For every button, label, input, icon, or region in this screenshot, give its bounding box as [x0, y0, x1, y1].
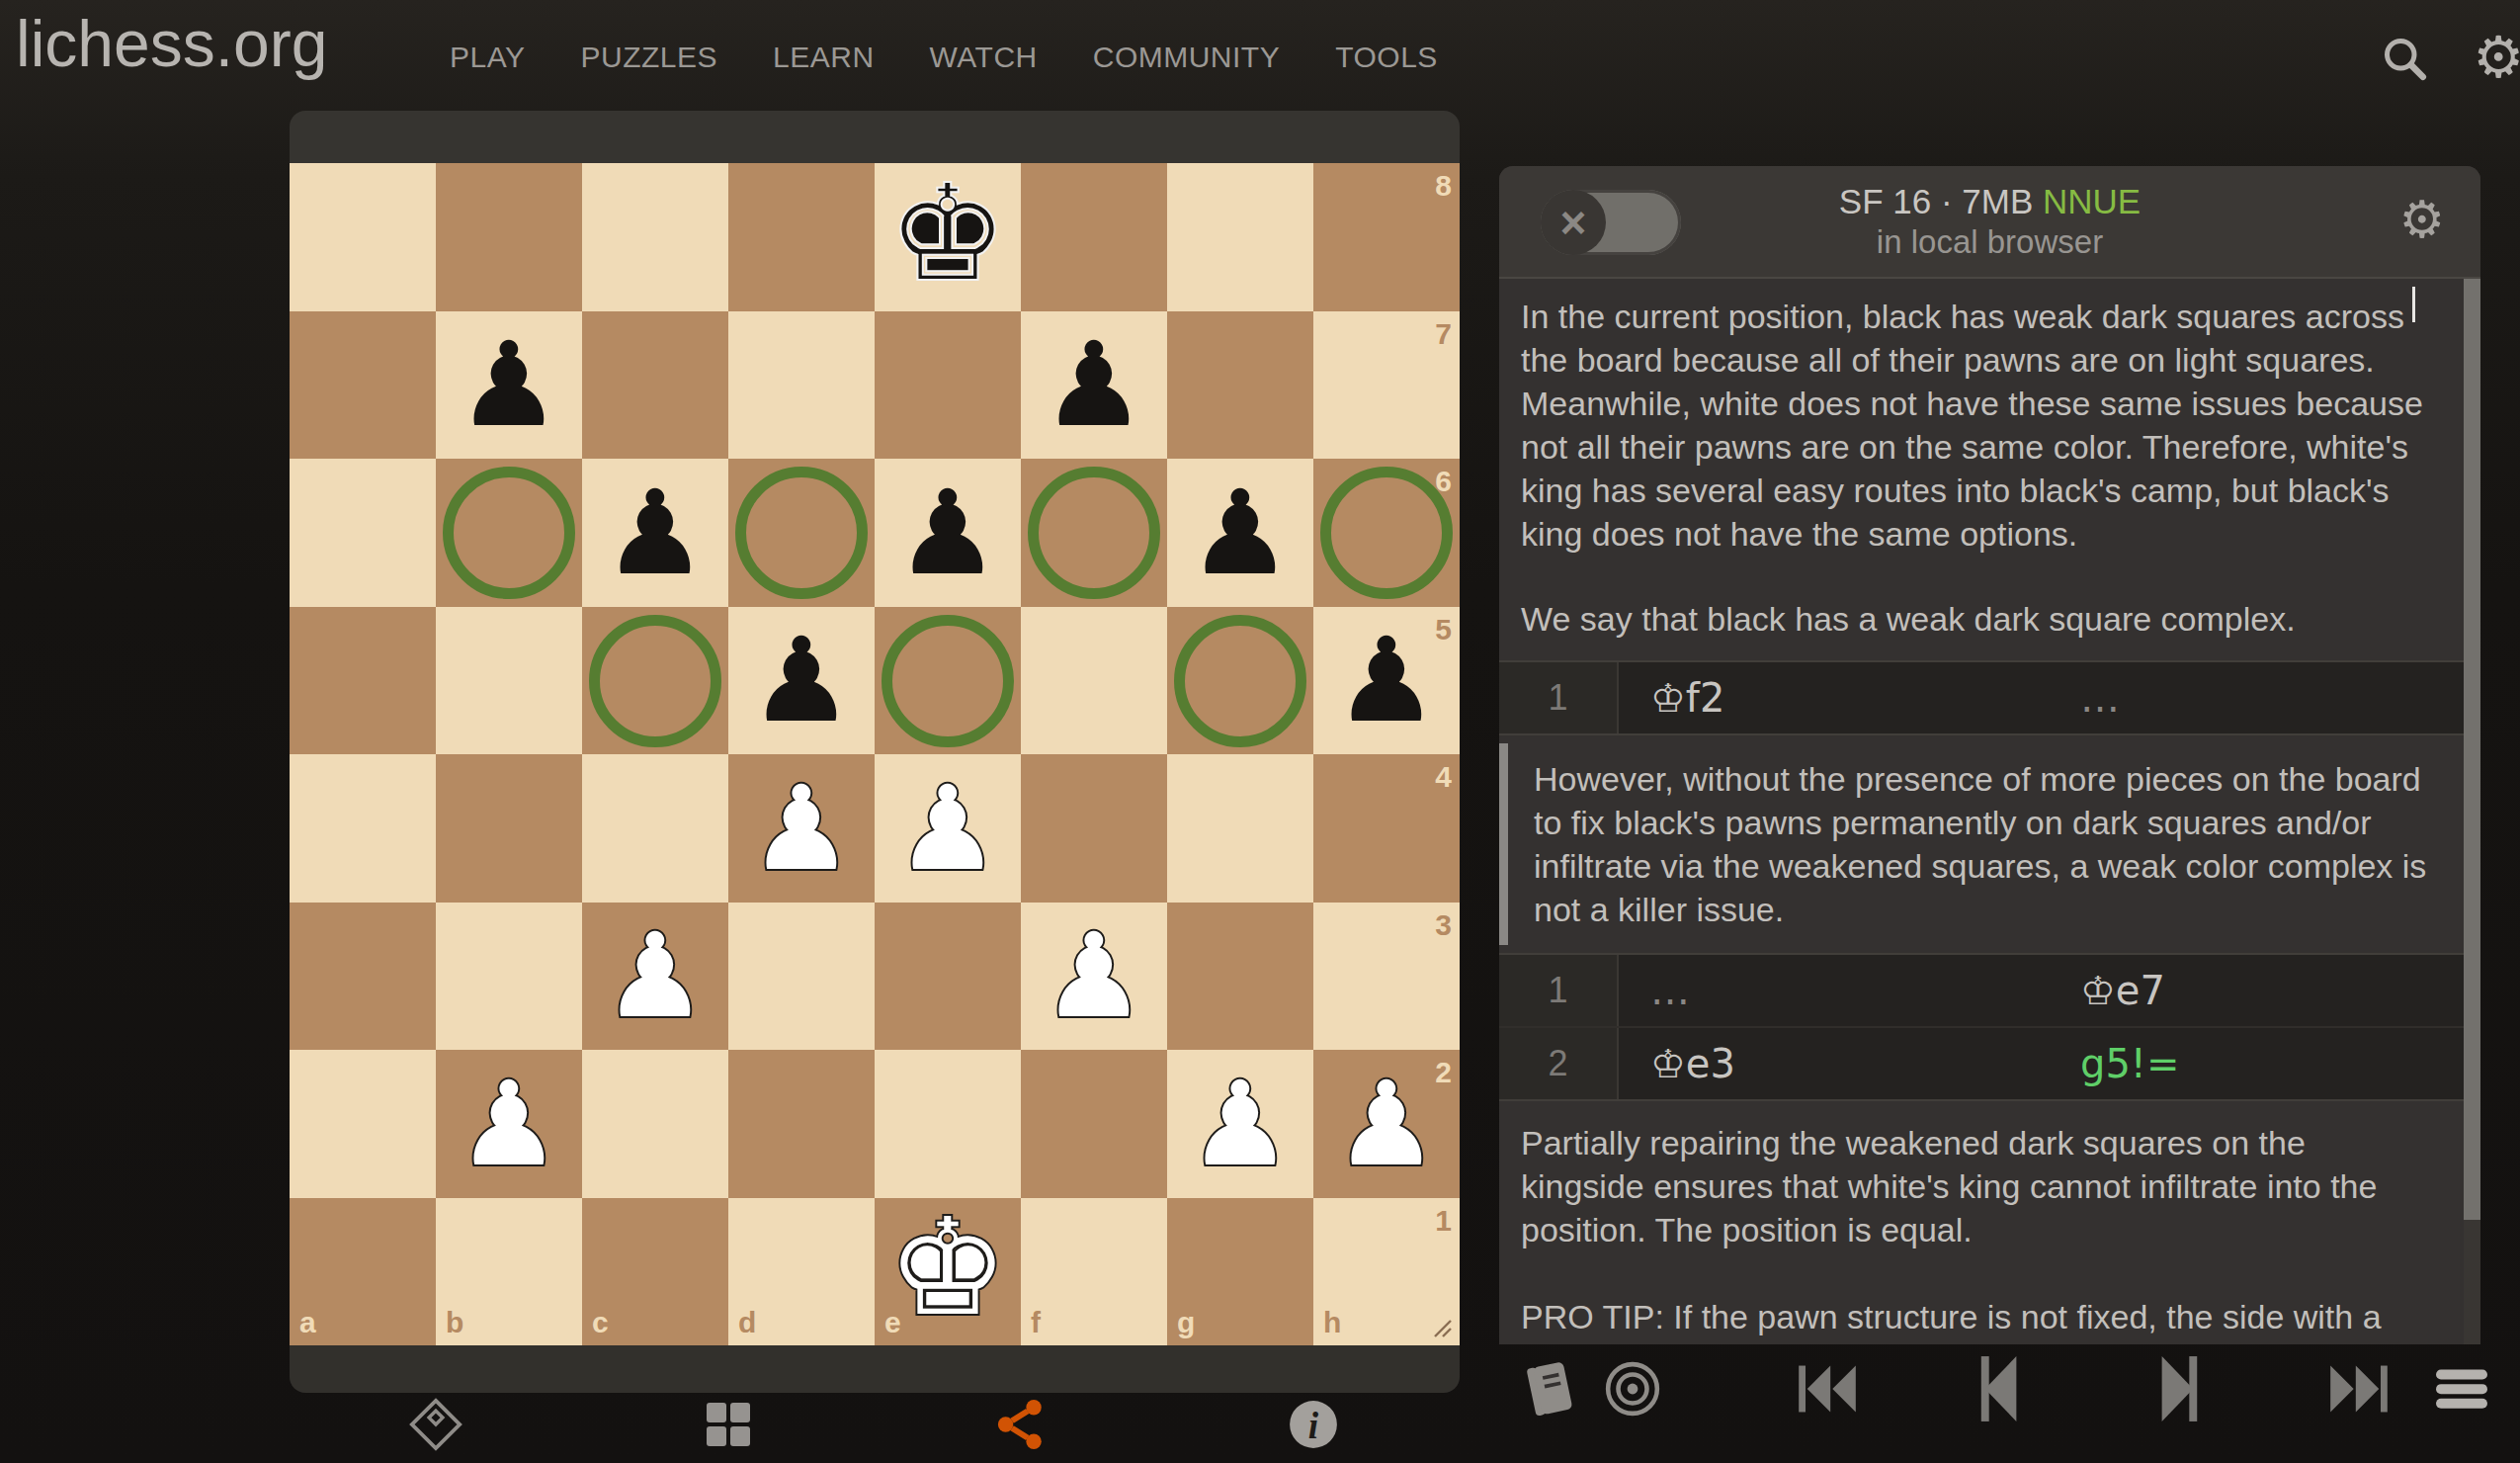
rank-label-1: 1: [1435, 1206, 1452, 1236]
square-g2[interactable]: ♟: [1167, 1050, 1313, 1198]
move-white-Ke3[interactable]: ♔e3: [1619, 1028, 2049, 1099]
previous-icon: [1962, 1352, 2019, 1429]
white-pawn-c3[interactable]: ♟: [603, 917, 708, 1034]
study-comment-1: In the current position, black has weak …: [1499, 279, 2480, 556]
tag-icon: [408, 1397, 463, 1456]
move-black-g5-interesting[interactable]: g5!=: [2049, 1028, 2478, 1099]
move-white-ellipsis[interactable]: …: [1619, 955, 2049, 1026]
black-pawn-h5[interactable]: ♟: [1334, 622, 1439, 738]
square-h8[interactable]: 8: [1313, 163, 1460, 311]
square-a1[interactable]: a: [290, 1198, 436, 1346]
square-e3[interactable]: [875, 903, 1021, 1051]
engine-settings-gear-icon[interactable]: ⚙: [2398, 190, 2445, 249]
svg-text:i: i: [1308, 1406, 1319, 1446]
square-f6[interactable]: [1021, 459, 1167, 607]
square-b8[interactable]: [436, 163, 582, 311]
study-comment-4: Partially repairing the weakened dark sq…: [1499, 1101, 2480, 1251]
lichess-logo[interactable]: lichess.org: [16, 6, 327, 81]
share-icon: [993, 1397, 1049, 1456]
skip-to-end-icon: [2327, 1357, 2391, 1424]
highlight-circle-h6: [1320, 467, 1453, 599]
square-d3[interactable]: [728, 903, 875, 1051]
rank-label-4: 4: [1435, 762, 1452, 792]
square-a3[interactable]: [290, 903, 436, 1051]
study-comment-5: PRO TIP: If the pawn structure is not fi…: [1499, 1251, 2480, 1344]
square-g8[interactable]: [1167, 163, 1313, 311]
highlight-circle-b6: [443, 467, 575, 599]
board-top-bar: [290, 111, 1460, 163]
file-label-h: h: [1323, 1308, 1341, 1337]
highlight-circle-c5: [589, 615, 721, 747]
nav-item-watch[interactable]: WATCH: [930, 41, 1038, 74]
square-f7[interactable]: ♟: [1021, 311, 1167, 460]
square-g6[interactable]: ♟: [1167, 459, 1313, 607]
square-b1[interactable]: b: [436, 1198, 582, 1346]
search-icon[interactable]: [2380, 34, 2429, 83]
next-move-button[interactable]: [2159, 1356, 2217, 1425]
square-b3[interactable]: [436, 903, 582, 1051]
skip-to-start-icon: [1796, 1357, 1859, 1424]
square-h6[interactable]: 6: [1313, 459, 1460, 607]
file-label-b: b: [446, 1308, 463, 1337]
analysis-toolbar: [1499, 1356, 2497, 1425]
move-row: 2 ♔e3 g5!=: [1499, 1026, 2480, 1099]
white-pawn-b2[interactable]: ♟: [457, 1066, 561, 1182]
square-a5[interactable]: [290, 607, 436, 755]
square-e6[interactable]: ♟: [875, 459, 1021, 607]
square-c7[interactable]: [582, 311, 728, 460]
file-label-d: d: [738, 1308, 756, 1337]
nav-menu: PLAY PUZZLES LEARN WATCH COMMUNITY TOOLS: [450, 0, 1438, 114]
square-f2[interactable]: [1021, 1050, 1167, 1198]
black-king-e8[interactable]: ♚: [887, 166, 1008, 301]
file-label-c: c: [592, 1308, 609, 1337]
square-a4[interactable]: [290, 754, 436, 903]
rank-label-6: 6: [1435, 467, 1452, 496]
black-pawn-b7[interactable]: ♟: [457, 326, 561, 443]
file-label-g: g: [1177, 1308, 1195, 1337]
square-h2[interactable]: ♟2: [1313, 1050, 1460, 1198]
file-label-e: e: [884, 1308, 901, 1337]
square-g7[interactable]: [1167, 311, 1313, 460]
move-table-1: 1 ♔f2 …: [1499, 660, 2480, 735]
panel-scrollbar-thumb[interactable]: [2464, 279, 2480, 1220]
board-resize-handle[interactable]: [1427, 1313, 1453, 1338]
opening-book-button[interactable]: [1519, 1356, 1580, 1425]
square-e8[interactable]: ♚: [875, 163, 1021, 311]
nav-item-community[interactable]: COMMUNITY: [1093, 41, 1280, 74]
square-b6[interactable]: [436, 459, 582, 607]
square-f1[interactable]: f: [1021, 1198, 1167, 1346]
square-d5[interactable]: ♟: [728, 607, 875, 755]
square-e2[interactable]: [875, 1050, 1021, 1198]
square-c2[interactable]: [582, 1050, 728, 1198]
book-icon: [1519, 1358, 1580, 1423]
text-cursor: [2412, 287, 2415, 322]
move-row: 1 … ♔e7: [1499, 955, 2480, 1026]
highlight-circle-g5: [1174, 615, 1306, 747]
settings-gear-icon[interactable]: ⚙: [2473, 24, 2520, 91]
study-comment-2: We say that black has a weak dark square…: [1499, 556, 2480, 641]
square-f4[interactable]: [1021, 754, 1167, 903]
last-move-button[interactable]: [2327, 1356, 2391, 1425]
board-tabs: i: [290, 1396, 1460, 1457]
square-d4[interactable]: ♟: [728, 754, 875, 903]
nav-item-puzzles[interactable]: PUZZLES: [581, 41, 718, 74]
square-b5[interactable]: [436, 607, 582, 755]
highlight-circle-e5: [882, 615, 1014, 747]
black-pawn-g6[interactable]: ♟: [1188, 474, 1293, 591]
engine-nnue-badge: NNUE: [2043, 182, 2141, 220]
square-d6[interactable]: [728, 459, 875, 607]
highlight-circle-f6: [1028, 467, 1160, 599]
black-pawn-c6[interactable]: ♟: [603, 474, 708, 591]
square-c4[interactable]: [582, 754, 728, 903]
square-f8[interactable]: [1021, 163, 1167, 311]
square-c8[interactable]: [582, 163, 728, 311]
file-label-f: f: [1031, 1308, 1041, 1337]
nav-item-learn[interactable]: LEARN: [773, 41, 875, 74]
square-b4[interactable]: [436, 754, 582, 903]
rank-label-5: 5: [1435, 615, 1452, 645]
analysis-panel: × SF 16 · 7MB NNUE in local browser ⚙ In…: [1499, 166, 2480, 1344]
menu-button[interactable]: [2436, 1356, 2487, 1425]
white-pawn-f3[interactable]: ♟: [1042, 917, 1146, 1034]
square-d8[interactable]: [728, 163, 875, 311]
engine-header: × SF 16 · 7MB NNUE in local browser ⚙: [1499, 166, 2480, 279]
black-pawn-d5[interactable]: ♟: [749, 622, 854, 738]
square-h7[interactable]: 7: [1313, 311, 1460, 460]
square-c3[interactable]: ♟: [582, 903, 728, 1051]
square-f5[interactable]: [1021, 607, 1167, 755]
panel-scrollbar[interactable]: [2464, 279, 2480, 1344]
practice-target-button[interactable]: [1604, 1356, 1661, 1425]
nav-item-tools[interactable]: TOOLS: [1335, 41, 1438, 74]
rank-label-8: 8: [1435, 171, 1452, 201]
highlight-circle-d6: [735, 467, 868, 599]
square-d2[interactable]: [728, 1050, 875, 1198]
square-c5[interactable]: [582, 607, 728, 755]
engine-name: SF 16 · 7MB NNUE: [1499, 182, 2480, 221]
tab-share[interactable]: [875, 1396, 1167, 1457]
white-pawn-h2[interactable]: ♟: [1334, 1066, 1439, 1182]
square-e5[interactable]: [875, 607, 1021, 755]
square-a8[interactable]: [290, 163, 436, 311]
square-d7[interactable]: [728, 311, 875, 460]
white-king-e1[interactable]: ♚: [887, 1200, 1008, 1334]
tab-info[interactable]: i: [1167, 1396, 1460, 1457]
nav-item-play[interactable]: PLAY: [450, 41, 526, 74]
white-pawn-g2[interactable]: ♟: [1188, 1066, 1293, 1182]
first-move-button[interactable]: [1796, 1356, 1859, 1425]
square-c6[interactable]: ♟: [582, 459, 728, 607]
square-h5[interactable]: ♟5: [1313, 607, 1460, 755]
engine-location: in local browser: [1499, 223, 2480, 261]
square-h4[interactable]: 4: [1313, 754, 1460, 903]
target-icon: [1604, 1360, 1661, 1421]
board-bottom-bar: [290, 1345, 1460, 1393]
square-c1[interactable]: c: [582, 1198, 728, 1346]
rank-label-3: 3: [1435, 910, 1452, 940]
hamburger-icon: [2436, 1363, 2487, 1419]
square-g4[interactable]: [1167, 754, 1313, 903]
square-g5[interactable]: [1167, 607, 1313, 755]
square-b2[interactable]: ♟: [436, 1050, 582, 1198]
square-d1[interactable]: d: [728, 1198, 875, 1346]
square-e4[interactable]: ♟: [875, 754, 1021, 903]
square-a7[interactable]: [290, 311, 436, 460]
black-pawn-e6[interactable]: ♟: [895, 474, 1000, 591]
tab-pgn-tags[interactable]: [290, 1396, 582, 1457]
move-table-2: 1 … ♔e7 2 ♔e3 g5!=: [1499, 953, 2480, 1101]
rank-label-7: 7: [1435, 319, 1452, 349]
next-icon: [2159, 1352, 2217, 1429]
move-black-Ke7[interactable]: ♔e7: [2049, 955, 2478, 1026]
top-nav: lichess.org PLAY PUZZLES LEARN WATCH COM…: [0, 0, 2520, 114]
square-g3[interactable]: [1167, 903, 1313, 1051]
previous-move-button[interactable]: [1962, 1356, 2019, 1425]
rank-label-2: 2: [1435, 1058, 1452, 1087]
move-row: 1 ♔f2 …: [1499, 662, 2480, 733]
square-f3[interactable]: ♟: [1021, 903, 1167, 1051]
file-label-a: a: [299, 1308, 316, 1337]
move-white-Kf2[interactable]: ♔f2: [1619, 662, 2049, 733]
square-g1[interactable]: g: [1167, 1198, 1313, 1346]
square-a6[interactable]: [290, 459, 436, 607]
black-pawn-f7[interactable]: ♟: [1042, 326, 1146, 443]
board: ♚8♟♟7♟♟♟6♟♟5♟♟4♟♟3♟♟♟2abcd♚efg1h: [290, 163, 1460, 1345]
move-black-ellipsis[interactable]: …: [2049, 662, 2478, 733]
move-number: 1: [1499, 662, 1619, 733]
square-e7[interactable]: [875, 311, 1021, 460]
square-h3[interactable]: 3: [1313, 903, 1460, 1051]
tab-board-layout[interactable]: [582, 1396, 875, 1457]
white-pawn-e4[interactable]: ♟: [895, 770, 1000, 887]
study-comment-3: However, without the presence of more pi…: [1499, 743, 2480, 945]
engine-name-text: SF 16 · 7MB: [1839, 182, 2033, 220]
white-pawn-d4[interactable]: ♟: [749, 770, 854, 887]
square-b7[interactable]: ♟: [436, 311, 582, 460]
move-number: 1: [1499, 955, 1619, 1026]
grid-icon: [703, 1399, 754, 1454]
move-number: 2: [1499, 1028, 1619, 1099]
square-e1[interactable]: ♚e: [875, 1198, 1021, 1346]
info-icon: i: [1287, 1398, 1340, 1455]
square-a2[interactable]: [290, 1050, 436, 1198]
